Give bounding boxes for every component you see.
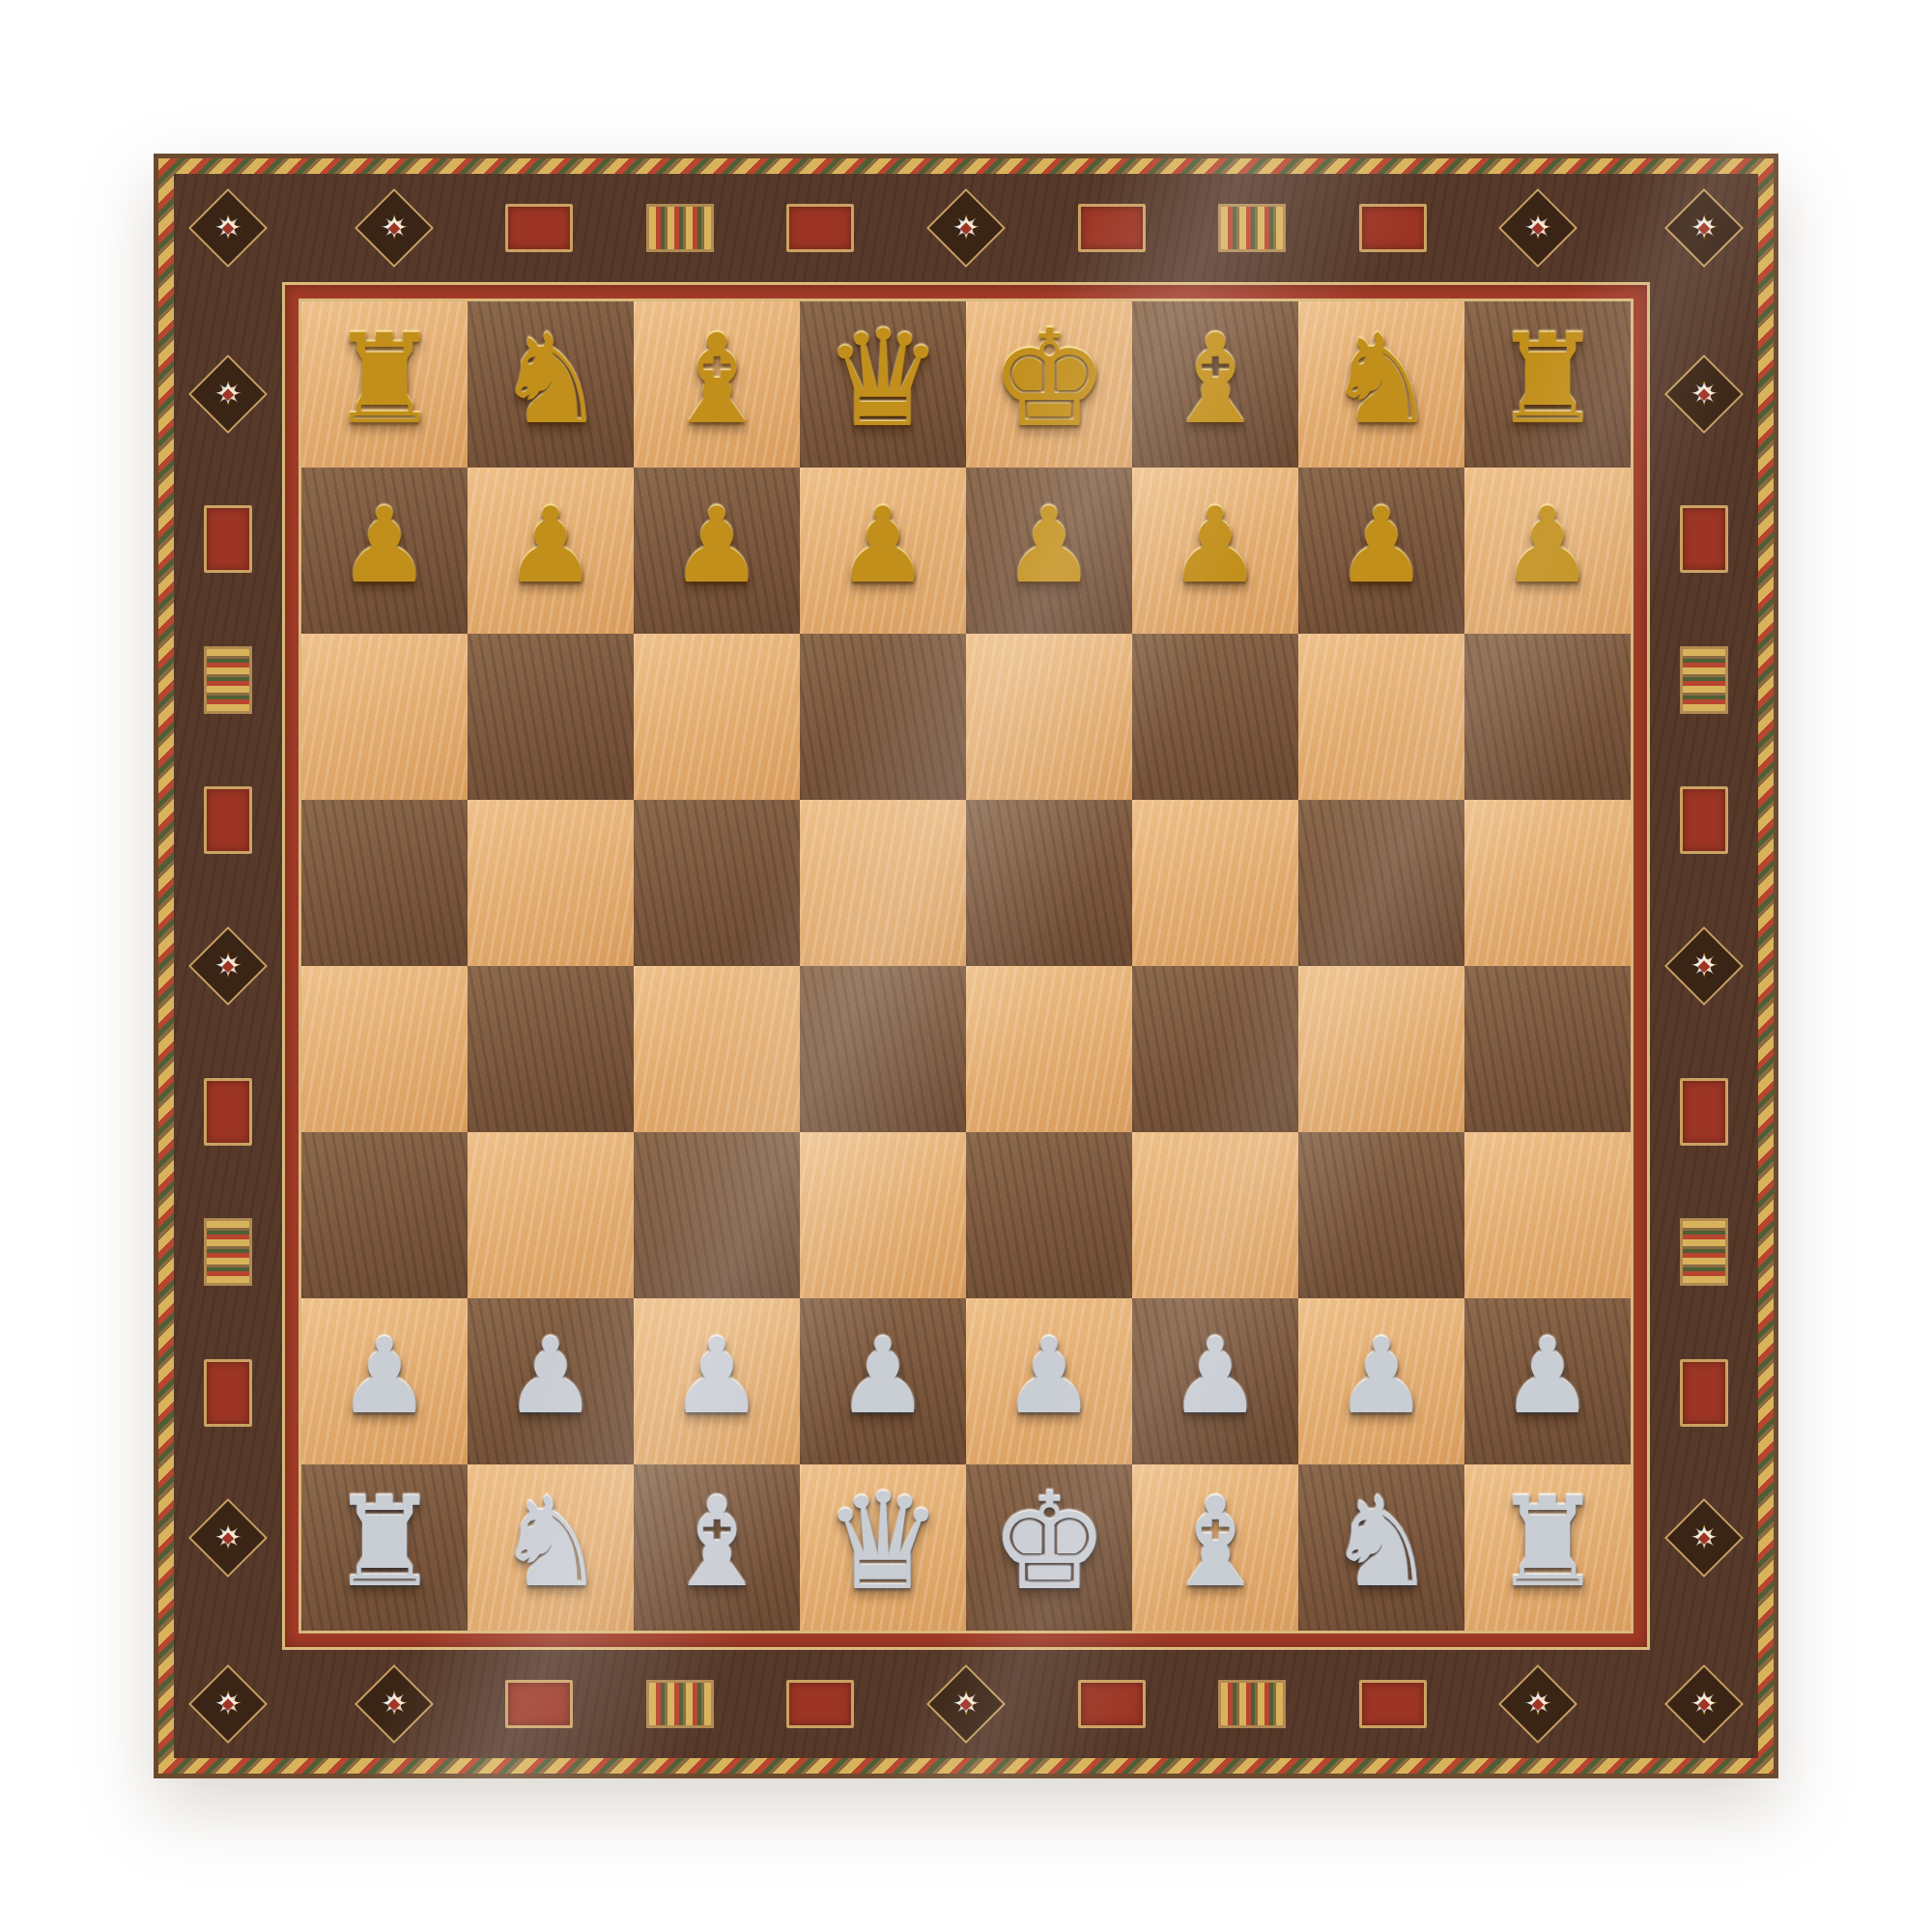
mosaic-star-icon: ✦✦ — [1665, 189, 1743, 267]
square-e3 — [966, 1132, 1132, 1298]
piece-silver-pawn-f2: ♟ — [1169, 1324, 1263, 1429]
square-g8: ♞ — [1298, 301, 1464, 468]
piece-silver-king-e1: ♚ — [989, 1476, 1109, 1609]
square-e5 — [966, 800, 1132, 966]
piece-gold-pawn-b7: ♟ — [504, 494, 598, 598]
frame-corner-star-ornament: ✦✦ — [1650, 1650, 1758, 1758]
piece-silver-bishop-f1: ♝ — [1160, 1481, 1271, 1605]
mosaic-star-icon: ✦✦ — [189, 189, 267, 267]
mosaic-red-block — [786, 204, 854, 252]
mosaic-diamond: ✦✦ — [188, 1664, 268, 1744]
square-h4 — [1464, 966, 1631, 1132]
square-f4 — [1132, 966, 1298, 1132]
mosaic-striped-block — [1680, 1218, 1728, 1286]
piece-silver-knight-g1: ♞ — [1326, 1481, 1437, 1605]
square-b7: ♟ — [468, 468, 634, 634]
mosaic-striped-block — [1680, 646, 1728, 714]
frame-top-ornaments: ✦✦✦✦✦✦ — [282, 174, 1650, 282]
mosaic-diamond: ✦✦ — [1664, 926, 1744, 1006]
piece-silver-knight-b1: ♞ — [496, 1481, 607, 1605]
square-g7: ♟ — [1298, 468, 1464, 634]
square-g4 — [1298, 966, 1464, 1132]
mosaic-red-block — [1359, 204, 1427, 252]
piece-gold-knight-b8: ♞ — [496, 318, 607, 441]
square-a4 — [301, 966, 468, 1132]
square-d1: ♛ — [800, 1464, 966, 1631]
piece-gold-bishop-f8: ♝ — [1160, 318, 1271, 441]
piece-gold-pawn-d7: ♟ — [837, 494, 930, 598]
chess-board: ✦✦ ✦✦✦✦✦✦ ✦✦ ✦✦✦✦✦✦ ♜♞♝♛♚♝♞♜♟♟♟♟♟♟♟♟♟♟♟♟… — [154, 154, 1778, 1778]
square-h2: ♟ — [1464, 1298, 1631, 1464]
frame-left-ornaments: ✦✦✦✦✦✦ — [174, 282, 282, 1650]
piece-gold-bishop-c8: ♝ — [662, 318, 773, 441]
piece-gold-pawn-f7: ♟ — [1169, 494, 1263, 598]
square-h7: ♟ — [1464, 468, 1631, 634]
square-g6 — [1298, 634, 1464, 800]
mosaic-star-icon: ✦✦ — [1665, 1665, 1743, 1743]
square-c3 — [634, 1132, 800, 1298]
mosaic-red-block — [505, 204, 573, 252]
square-a2: ♟ — [301, 1298, 468, 1464]
mosaic-star-icon: ✦✦ — [189, 927, 267, 1005]
mosaic-diamond: ✦✦ — [355, 1664, 434, 1744]
mosaic-diamond: ✦✦ — [188, 926, 268, 1006]
square-f1: ♝ — [1132, 1464, 1298, 1631]
square-a5 — [301, 800, 468, 966]
square-c5 — [634, 800, 800, 966]
square-a7: ♟ — [301, 468, 468, 634]
piece-gold-pawn-g7: ♟ — [1335, 494, 1429, 598]
photo-canvas: ✦✦ ✦✦✦✦✦✦ ✦✦ ✦✦✦✦✦✦ ♜♞♝♛♚♝♞♜♟♟♟♟♟♟♟♟♟♟♟♟… — [0, 0, 1932, 1932]
square-b1: ♞ — [468, 1464, 634, 1631]
square-g5 — [1298, 800, 1464, 966]
square-f7: ♟ — [1132, 468, 1298, 634]
square-e7: ♟ — [966, 468, 1132, 634]
square-c1: ♝ — [634, 1464, 800, 1631]
square-f3 — [1132, 1132, 1298, 1298]
piece-gold-knight-g8: ♞ — [1326, 318, 1437, 441]
square-d3 — [800, 1132, 966, 1298]
square-g1: ♞ — [1298, 1464, 1464, 1631]
mosaic-diamond: ✦✦ — [188, 1498, 268, 1577]
square-a1: ♜ — [301, 1464, 468, 1631]
mosaic-striped-block — [1218, 204, 1286, 252]
piece-silver-rook-h1: ♜ — [1492, 1481, 1604, 1605]
square-h6 — [1464, 634, 1631, 800]
square-e2: ♟ — [966, 1298, 1132, 1464]
square-c8: ♝ — [634, 301, 800, 468]
square-g3 — [1298, 1132, 1464, 1298]
square-e1: ♚ — [966, 1464, 1132, 1631]
frame-right-ornaments: ✦✦✦✦✦✦ — [1650, 282, 1758, 1650]
square-d2: ♟ — [800, 1298, 966, 1464]
square-c6 — [634, 634, 800, 800]
mosaic-striped-block — [646, 204, 714, 252]
mosaic-red-block — [1680, 786, 1728, 854]
mosaic-star-icon: ✦✦ — [1499, 1665, 1577, 1743]
piece-silver-pawn-e2: ♟ — [1003, 1324, 1096, 1429]
mosaic-red-block — [1078, 1680, 1146, 1728]
mosaic-star-icon: ✦✦ — [1665, 927, 1743, 1005]
mosaic-star-icon: ✦✦ — [189, 1665, 267, 1743]
chess-field: ♜♞♝♛♚♝♞♜♟♟♟♟♟♟♟♟♟♟♟♟♟♟♟♟♜♞♝♛♚♝♞♜ — [298, 298, 1634, 1634]
mosaic-diamond: ✦✦ — [926, 188, 1006, 268]
square-b3 — [468, 1132, 634, 1298]
mosaic-striped-block — [1218, 1680, 1286, 1728]
mosaic-striped-block — [204, 646, 252, 714]
mosaic-diamond: ✦✦ — [1664, 188, 1744, 268]
piece-gold-pawn-h7: ♟ — [1501, 494, 1595, 598]
mosaic-diamond: ✦✦ — [1498, 1664, 1577, 1744]
piece-gold-rook-h8: ♜ — [1492, 318, 1604, 441]
frame-bottom-ornaments: ✦✦✦✦✦✦ — [282, 1650, 1650, 1758]
mosaic-star-icon: ✦✦ — [355, 189, 433, 267]
piece-silver-pawn-c2: ♟ — [670, 1324, 764, 1429]
square-d6 — [800, 634, 966, 800]
frame-corner-star-ornament: ✦✦ — [174, 1650, 282, 1758]
mosaic-diamond: ✦✦ — [355, 188, 434, 268]
square-d7: ♟ — [800, 468, 966, 634]
piece-silver-pawn-a2: ♟ — [338, 1324, 432, 1429]
square-h5 — [1464, 800, 1631, 966]
mosaic-star-icon: ✦✦ — [189, 1499, 267, 1577]
mosaic-diamond: ✦✦ — [926, 1664, 1006, 1744]
square-h8: ♜ — [1464, 301, 1631, 468]
square-f5 — [1132, 800, 1298, 966]
square-e8: ♚ — [966, 301, 1132, 468]
piece-silver-rook-a1: ♜ — [329, 1481, 440, 1605]
square-f2: ♟ — [1132, 1298, 1298, 1464]
square-b6 — [468, 634, 634, 800]
piece-silver-pawn-h2: ♟ — [1501, 1324, 1595, 1429]
mosaic-diamond: ✦✦ — [1664, 355, 1744, 434]
mosaic-red-block — [204, 505, 252, 573]
square-f6 — [1132, 634, 1298, 800]
frame-corner-star-ornament: ✦✦ — [174, 174, 282, 282]
mosaic-red-block — [1680, 1359, 1728, 1427]
mosaic-striped-block — [646, 1680, 714, 1728]
piece-silver-pawn-b2: ♟ — [504, 1324, 598, 1429]
mosaic-star-icon: ✦✦ — [927, 189, 1005, 267]
mosaic-red-block — [1078, 204, 1146, 252]
square-e4 — [966, 966, 1132, 1132]
square-b8: ♞ — [468, 301, 634, 468]
mosaic-diamond: ✦✦ — [1664, 1498, 1744, 1577]
mosaic-star-icon: ✦✦ — [1665, 1499, 1743, 1577]
square-d4 — [800, 966, 966, 1132]
square-b2: ♟ — [468, 1298, 634, 1464]
mosaic-red-block — [204, 1359, 252, 1427]
mosaic-star-icon: ✦✦ — [189, 355, 267, 433]
piece-silver-pawn-g2: ♟ — [1335, 1324, 1429, 1429]
mosaic-star-icon: ✦✦ — [1499, 189, 1577, 267]
piece-gold-rook-a8: ♜ — [329, 318, 440, 441]
mosaic-diamond: ✦✦ — [188, 188, 268, 268]
mosaic-red-block — [1680, 1078, 1728, 1146]
mosaic-red-block — [786, 1680, 854, 1728]
square-f8: ♝ — [1132, 301, 1298, 468]
mosaic-star-icon: ✦✦ — [1665, 355, 1743, 433]
square-c4 — [634, 966, 800, 1132]
square-b5 — [468, 800, 634, 966]
piece-gold-queen-d8: ♛ — [823, 313, 943, 446]
mosaic-diamond: ✦✦ — [188, 355, 268, 434]
mosaic-striped-block — [204, 1218, 252, 1286]
piece-silver-pawn-d2: ♟ — [837, 1324, 930, 1429]
mosaic-star-icon: ✦✦ — [927, 1665, 1005, 1743]
mosaic-diamond: ✦✦ — [1664, 1664, 1744, 1744]
board-mosaic-frame: ✦✦ ✦✦✦✦✦✦ ✦✦ ✦✦✦✦✦✦ ♜♞♝♛♚♝♞♜♟♟♟♟♟♟♟♟♟♟♟♟… — [174, 174, 1758, 1758]
square-d8: ♛ — [800, 301, 966, 468]
board-outer-mosaic-edge: ✦✦ ✦✦✦✦✦✦ ✦✦ ✦✦✦✦✦✦ ♜♞♝♛♚♝♞♜♟♟♟♟♟♟♟♟♟♟♟♟… — [154, 154, 1778, 1778]
mosaic-red-block — [1680, 505, 1728, 573]
square-a3 — [301, 1132, 468, 1298]
mosaic-star-icon: ✦✦ — [355, 1665, 433, 1743]
square-c7: ♟ — [634, 468, 800, 634]
square-a6 — [301, 634, 468, 800]
mosaic-red-block — [204, 786, 252, 854]
piece-gold-pawn-a7: ♟ — [338, 494, 432, 598]
piece-gold-pawn-e7: ♟ — [1003, 494, 1096, 598]
square-e6 — [966, 634, 1132, 800]
square-c2: ♟ — [634, 1298, 800, 1464]
board-core: ♜♞♝♛♚♝♞♜♟♟♟♟♟♟♟♟♟♟♟♟♟♟♟♟♜♞♝♛♚♝♞♜ — [282, 282, 1650, 1650]
square-a8: ♜ — [301, 301, 468, 468]
mosaic-red-block — [204, 1078, 252, 1146]
piece-gold-pawn-c7: ♟ — [670, 494, 764, 598]
piece-gold-king-e8: ♚ — [989, 313, 1109, 446]
piece-silver-bishop-c1: ♝ — [662, 1481, 773, 1605]
square-h3 — [1464, 1132, 1631, 1298]
frame-corner-star-ornament: ✦✦ — [1650, 174, 1758, 282]
piece-silver-queen-d1: ♛ — [823, 1476, 943, 1609]
board-red-inlay-band: ♜♞♝♛♚♝♞♜♟♟♟♟♟♟♟♟♟♟♟♟♟♟♟♟♜♞♝♛♚♝♞♜ — [282, 282, 1650, 1650]
square-h1: ♜ — [1464, 1464, 1631, 1631]
mosaic-diamond: ✦✦ — [1498, 188, 1577, 268]
square-b4 — [468, 966, 634, 1132]
mosaic-red-block — [505, 1680, 573, 1728]
mosaic-red-block — [1359, 1680, 1427, 1728]
square-g2: ♟ — [1298, 1298, 1464, 1464]
square-d5 — [800, 800, 966, 966]
